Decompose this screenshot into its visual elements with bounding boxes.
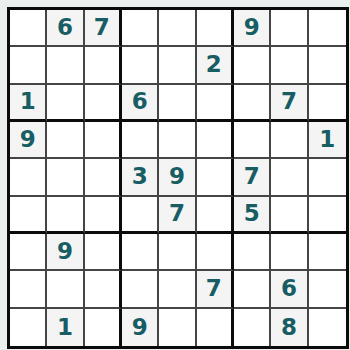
cell-r5c6[interactable] [197,159,234,196]
cell-r6c2[interactable] [47,197,84,234]
cell-r5c3[interactable] [85,159,122,196]
cell-r6c7[interactable]: 5 [234,197,271,234]
cell-r6c1[interactable] [10,197,47,234]
cell-r8c4[interactable] [122,271,159,308]
cell-r6c5[interactable]: 7 [159,197,196,234]
cell-r3c3[interactable] [85,85,122,122]
cell-r5c9[interactable] [309,159,346,196]
cell-r4c3[interactable] [85,122,122,159]
cell-r2c3[interactable] [85,47,122,84]
cell-r3c9[interactable] [309,85,346,122]
cell-r4c8[interactable] [271,122,308,159]
cell-r7c8[interactable] [271,234,308,271]
cell-r8c3[interactable] [85,271,122,308]
cell-r5c1[interactable] [10,159,47,196]
cell-r8c6[interactable]: 7 [197,271,234,308]
cell-r4c1[interactable]: 9 [10,122,47,159]
cell-r1c2[interactable]: 6 [47,10,84,47]
cell-r3c7[interactable] [234,85,271,122]
cell-r8c7[interactable] [234,271,271,308]
cell-r1c1[interactable] [10,10,47,47]
cell-r6c3[interactable] [85,197,122,234]
cell-r9c5[interactable] [159,309,196,346]
cell-r4c7[interactable] [234,122,271,159]
cell-r4c6[interactable] [197,122,234,159]
cell-r2c7[interactable] [234,47,271,84]
cell-r9c2[interactable]: 1 [47,309,84,346]
cell-r5c8[interactable] [271,159,308,196]
cell-r8c2[interactable] [47,271,84,308]
cell-r7c3[interactable] [85,234,122,271]
cell-r1c5[interactable] [159,10,196,47]
cell-r3c1[interactable]: 1 [10,85,47,122]
cell-r2c6[interactable]: 2 [197,47,234,84]
cell-r7c4[interactable] [122,234,159,271]
cell-r5c5[interactable]: 9 [159,159,196,196]
cell-r6c9[interactable] [309,197,346,234]
cell-r8c9[interactable] [309,271,346,308]
cell-r9c7[interactable] [234,309,271,346]
cell-r1c7[interactable]: 9 [234,10,271,47]
cell-r4c5[interactable] [159,122,196,159]
cell-r3c5[interactable] [159,85,196,122]
cell-r2c4[interactable] [122,47,159,84]
cell-r8c5[interactable] [159,271,196,308]
cell-r6c4[interactable] [122,197,159,234]
cell-r1c4[interactable] [122,10,159,47]
cell-r4c4[interactable] [122,122,159,159]
cell-r9c6[interactable] [197,309,234,346]
cell-r2c8[interactable] [271,47,308,84]
cell-r7c6[interactable] [197,234,234,271]
cell-r7c7[interactable] [234,234,271,271]
cell-r7c5[interactable] [159,234,196,271]
cell-r1c8[interactable] [271,10,308,47]
cell-r7c1[interactable] [10,234,47,271]
cell-r4c2[interactable] [47,122,84,159]
cell-r9c8[interactable]: 8 [271,309,308,346]
cell-r3c2[interactable] [47,85,84,122]
cell-r7c9[interactable] [309,234,346,271]
cell-r9c4[interactable]: 9 [122,309,159,346]
cell-r4c9[interactable]: 1 [309,122,346,159]
cell-r5c2[interactable] [47,159,84,196]
cell-r5c7[interactable]: 7 [234,159,271,196]
sudoku-board: 67921679139775976198 [7,7,349,349]
cell-r6c6[interactable] [197,197,234,234]
cell-r5c4[interactable]: 3 [122,159,159,196]
cell-r1c3[interactable]: 7 [85,10,122,47]
cell-r3c4[interactable]: 6 [122,85,159,122]
cell-r8c8[interactable]: 6 [271,271,308,308]
cell-r3c6[interactable] [197,85,234,122]
cell-r1c9[interactable] [309,10,346,47]
cell-r7c2[interactable]: 9 [47,234,84,271]
cell-r1c6[interactable] [197,10,234,47]
cell-r8c1[interactable] [10,271,47,308]
cell-r2c5[interactable] [159,47,196,84]
cell-r6c8[interactable] [271,197,308,234]
cell-r2c1[interactable] [10,47,47,84]
cell-r9c3[interactable] [85,309,122,346]
cell-r2c9[interactable] [309,47,346,84]
cell-r9c9[interactable] [309,309,346,346]
cell-r9c1[interactable] [10,309,47,346]
cell-r2c2[interactable] [47,47,84,84]
cell-r3c8[interactable]: 7 [271,85,308,122]
